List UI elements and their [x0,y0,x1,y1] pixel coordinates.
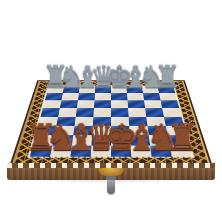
square-h1[interactable]: ♜ [170,146,193,157]
square-h7[interactable] [159,93,177,100]
square-g7[interactable] [143,93,161,100]
square-e7[interactable] [111,93,128,100]
square-e6[interactable] [111,100,128,108]
square-g5[interactable] [145,108,164,116]
square-h5[interactable] [162,108,181,116]
product-photo-scene: ♜♞♝♛♚♝♞♜♜♞♝♛♚♝♞♜ [0,0,222,222]
square-d5[interactable] [93,108,111,116]
square-d7[interactable] [94,93,111,100]
board-edge-trim: ♜♞♝♛♚♝♞♜♜♞♝♛♚♝♞♜ [9,80,213,167]
board-ornate-mosaic-band: ♜♞♝♛♚♝♞♜♜♞♝♛♚♝♞♜ [14,82,209,165]
board-gold-trim: ♜♞♝♛♚♝♞♜♜♞♝♛♚♝♞♜ [11,81,210,166]
front-knob [98,168,124,176]
square-e5[interactable] [111,108,129,116]
square-f7[interactable] [127,93,144,100]
square-a6[interactable] [43,100,62,108]
square-h8[interactable]: ♜ [158,86,175,93]
square-f5[interactable] [128,108,146,116]
square-f6[interactable] [128,100,146,108]
square-a5[interactable] [41,108,60,116]
square-b5[interactable] [58,108,77,116]
square-c5[interactable] [76,108,94,116]
square-b7[interactable] [61,93,79,100]
latch-clasp-icon[interactable] [107,179,115,194]
square-g6[interactable] [144,100,162,108]
chess-board-box: ♜♞♝♛♚♝♞♜♜♞♝♛♚♝♞♜ [9,80,213,167]
piece-silver-rook[interactable]: ♜ [153,62,180,92]
piece-copper-rook[interactable]: ♜ [165,119,198,156]
square-d6[interactable] [94,100,111,108]
chess-board-grid: ♜♞♝♛♚♝♞♜♜♞♝♛♚♝♞♜ [30,86,192,157]
square-c7[interactable] [78,93,95,100]
square-c6[interactable] [77,100,95,108]
board-ivory-trim: ♜♞♝♛♚♝♞♜♜♞♝♛♚♝♞♜ [28,85,195,158]
square-h6[interactable] [161,100,180,108]
square-a7[interactable] [45,93,63,100]
square-b6[interactable] [60,100,78,108]
